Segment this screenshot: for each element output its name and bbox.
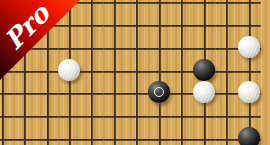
board-intersection[interactable] [126,83,148,106]
board-intersection[interactable] [81,37,103,60]
board-intersection[interactable] [216,0,238,14]
board-intersection[interactable] [171,83,193,106]
board-intersection[interactable] [36,83,58,106]
board-intersection[interactable] [238,60,260,83]
board-intersection[interactable] [216,106,238,129]
board-intersection[interactable] [148,129,170,145]
board-intersection[interactable] [81,14,103,37]
board-intersection[interactable] [14,83,36,106]
board-intersection[interactable] [216,60,238,83]
board-intersection[interactable] [126,106,148,129]
board-intersection[interactable] [104,129,126,145]
board-intersection[interactable] [148,14,170,37]
board-intersection[interactable] [104,106,126,129]
board-intersection[interactable] [0,106,14,129]
board-intersection[interactable] [126,37,148,60]
board-intersection[interactable] [171,37,193,60]
board-intersection[interactable] [104,14,126,37]
board-intersection[interactable] [81,129,103,145]
board-intersection[interactable] [59,60,81,83]
white-stone [58,59,80,81]
board-intersection[interactable] [148,37,170,60]
board-intersection[interactable] [81,106,103,129]
board-intersection[interactable] [148,106,170,129]
white-stone [193,81,215,103]
board-intersection[interactable] [104,0,126,14]
board-intersection[interactable] [0,83,14,106]
board-intersection[interactable] [104,60,126,83]
board-intersection[interactable] [36,37,58,60]
board-intersection[interactable] [238,83,260,106]
board-intersection[interactable] [238,0,260,14]
black-stone [193,59,215,81]
board-intersection[interactable] [171,106,193,129]
board-intersection[interactable] [59,83,81,106]
board-intersection[interactable] [126,60,148,83]
board-intersection[interactable] [171,0,193,14]
board-intersection[interactable] [193,0,215,14]
board-intersection[interactable] [59,129,81,145]
board-intersection[interactable] [171,60,193,83]
board-intersection[interactable] [238,129,260,145]
board-intersection[interactable] [216,129,238,145]
board-intersection[interactable] [59,106,81,129]
board-intersection[interactable] [193,83,215,106]
board-intersection[interactable] [14,106,36,129]
board-intersection[interactable] [193,14,215,37]
board-intersection[interactable] [148,0,170,14]
board-intersection[interactable] [238,14,260,37]
board-intersection[interactable] [14,60,36,83]
board-intersection[interactable] [216,83,238,106]
board-intersection[interactable] [193,106,215,129]
black-stone [148,81,170,103]
board-intersection[interactable] [148,60,170,83]
board-intersection[interactable] [148,83,170,106]
board-intersection[interactable] [36,129,58,145]
board-intersection[interactable] [36,106,58,129]
board-intersection[interactable] [193,60,215,83]
board-intersection[interactable] [126,0,148,14]
board-intersection[interactable] [216,37,238,60]
board-intersection[interactable] [193,129,215,145]
board-intersection[interactable] [81,0,103,14]
board-intersection[interactable] [0,129,14,145]
board-intersection[interactable] [81,83,103,106]
board-intersection[interactable] [104,83,126,106]
black-stone [238,127,260,145]
white-stone [238,81,260,103]
board-intersection[interactable] [238,37,260,60]
board-intersection[interactable] [193,37,215,60]
board-intersection[interactable] [81,60,103,83]
white-stone [238,36,260,58]
board-intersection[interactable] [104,37,126,60]
board-intersection[interactable] [36,60,58,83]
board-intersection[interactable] [14,129,36,145]
board-intersection[interactable] [238,106,260,129]
last-move-marker-icon [154,87,164,97]
board-intersection[interactable] [171,14,193,37]
go-app-screenshot: Pro [0,0,270,145]
board-intersection[interactable] [59,37,81,60]
board-intersection[interactable] [126,14,148,37]
board-intersection[interactable] [126,129,148,145]
board-intersection[interactable] [216,14,238,37]
board-intersection[interactable] [171,129,193,145]
